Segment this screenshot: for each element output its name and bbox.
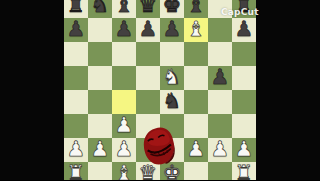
- square-a5[interactable]: [64, 66, 88, 90]
- square-a6[interactable]: [64, 42, 88, 66]
- square-e8[interactable]: ♚: [160, 0, 184, 18]
- square-d7[interactable]: ♟: [136, 18, 160, 42]
- square-h1[interactable]: ♜: [232, 162, 256, 180]
- square-b2[interactable]: ♟: [88, 138, 112, 162]
- square-a2[interactable]: ♟: [64, 138, 88, 162]
- square-h5[interactable]: [232, 66, 256, 90]
- troll-face-sticker: [141, 126, 177, 167]
- square-e4[interactable]: ♞: [160, 90, 184, 114]
- piece-white-pawn-a2[interactable]: ♟: [67, 139, 86, 160]
- square-a8[interactable]: ♜: [64, 0, 88, 18]
- square-d6[interactable]: [136, 42, 160, 66]
- square-f5[interactable]: [184, 66, 208, 90]
- square-b3[interactable]: [88, 114, 112, 138]
- square-g5[interactable]: ♟: [208, 66, 232, 90]
- letterbox-left: [0, 0, 64, 180]
- square-f2[interactable]: ♟: [184, 138, 208, 162]
- square-e7[interactable]: ♟: [160, 18, 184, 42]
- square-g7[interactable]: [208, 18, 232, 42]
- piece-white-pawn-g2[interactable]: ♟: [211, 139, 230, 160]
- square-g4[interactable]: [208, 90, 232, 114]
- square-e5[interactable]: ♞: [160, 66, 184, 90]
- square-b7[interactable]: [88, 18, 112, 42]
- square-f1[interactable]: [184, 162, 208, 180]
- piece-white-rook-h1[interactable]: ♜: [235, 163, 254, 181]
- square-f8[interactable]: ♝: [184, 0, 208, 18]
- piece-black-pawn-a7[interactable]: ♟: [67, 19, 86, 40]
- square-c3[interactable]: ♟: [112, 114, 136, 138]
- piece-black-pawn-g5[interactable]: ♟: [211, 67, 230, 88]
- square-b6[interactable]: [88, 42, 112, 66]
- square-f3[interactable]: [184, 114, 208, 138]
- square-a4[interactable]: [64, 90, 88, 114]
- square-h6[interactable]: [232, 42, 256, 66]
- square-c8[interactable]: ♝: [112, 0, 136, 18]
- square-b8[interactable]: ♞: [88, 0, 112, 18]
- piece-white-bishop-f7[interactable]: ♝: [187, 19, 206, 40]
- square-c7[interactable]: ♟: [112, 18, 136, 42]
- capcut-watermark: CapCut: [221, 7, 259, 17]
- square-f6[interactable]: [184, 42, 208, 66]
- video-frame: ♜♞♝♛♚♝♜♟♟♟♟♝♟♞♟♞♟♟♟♟♟♟♟♜♝♛♚♜ CapCut: [0, 0, 320, 180]
- piece-white-rook-a1[interactable]: ♜: [67, 163, 86, 181]
- piece-black-pawn-e7[interactable]: ♟: [163, 19, 182, 40]
- square-g3[interactable]: [208, 114, 232, 138]
- piece-black-knight-b8[interactable]: ♞: [91, 0, 110, 16]
- piece-black-king-e8[interactable]: ♚: [163, 0, 182, 16]
- letterbox-right: [256, 0, 320, 180]
- piece-white-knight-e5[interactable]: ♞: [163, 67, 182, 88]
- square-b5[interactable]: [88, 66, 112, 90]
- square-h4[interactable]: [232, 90, 256, 114]
- square-a1[interactable]: ♜: [64, 162, 88, 180]
- square-c6[interactable]: [112, 42, 136, 66]
- square-a3[interactable]: [64, 114, 88, 138]
- piece-black-knight-e4[interactable]: ♞: [163, 91, 182, 112]
- square-c5[interactable]: [112, 66, 136, 90]
- piece-white-pawn-h2[interactable]: ♟: [235, 139, 254, 160]
- square-e6[interactable]: [160, 42, 184, 66]
- piece-white-pawn-c3[interactable]: ♟: [115, 115, 134, 136]
- square-c2[interactable]: ♟: [112, 138, 136, 162]
- square-g2[interactable]: ♟: [208, 138, 232, 162]
- square-h7[interactable]: ♟: [232, 18, 256, 42]
- piece-black-bishop-f8[interactable]: ♝: [187, 0, 206, 16]
- square-f7[interactable]: ♝: [184, 18, 208, 42]
- square-h3[interactable]: [232, 114, 256, 138]
- square-f4[interactable]: [184, 90, 208, 114]
- square-a7[interactable]: ♟: [64, 18, 88, 42]
- piece-black-queen-d8[interactable]: ♛: [139, 0, 158, 16]
- piece-white-pawn-f2[interactable]: ♟: [187, 139, 206, 160]
- piece-black-rook-a8[interactable]: ♜: [67, 0, 86, 16]
- piece-black-pawn-h7[interactable]: ♟: [235, 19, 254, 40]
- piece-white-pawn-c2[interactable]: ♟: [115, 139, 134, 160]
- square-d5[interactable]: [136, 66, 160, 90]
- square-c4[interactable]: [112, 90, 136, 114]
- piece-white-pawn-b2[interactable]: ♟: [91, 139, 110, 160]
- square-g6[interactable]: [208, 42, 232, 66]
- piece-white-bishop-c1[interactable]: ♝: [115, 163, 134, 181]
- piece-black-pawn-c7[interactable]: ♟: [115, 19, 134, 40]
- square-d8[interactable]: ♛: [136, 0, 160, 18]
- square-c1[interactable]: ♝: [112, 162, 136, 180]
- square-b1[interactable]: [88, 162, 112, 180]
- square-h2[interactable]: ♟: [232, 138, 256, 162]
- piece-black-bishop-c8[interactable]: ♝: [115, 0, 134, 16]
- square-g1[interactable]: [208, 162, 232, 180]
- square-b4[interactable]: [88, 90, 112, 114]
- square-d4[interactable]: [136, 90, 160, 114]
- piece-black-pawn-d7[interactable]: ♟: [139, 19, 158, 40]
